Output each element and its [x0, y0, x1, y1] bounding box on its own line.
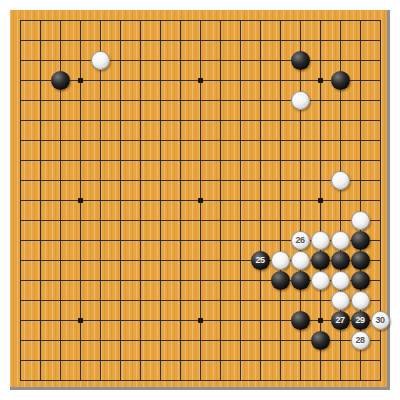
board-intersection[interactable] — [250, 310, 270, 330]
board-intersection[interactable] — [50, 350, 70, 370]
board-intersection[interactable] — [190, 310, 210, 330]
board-intersection[interactable] — [70, 250, 90, 270]
board-intersection[interactable] — [70, 370, 90, 390]
board-intersection[interactable] — [330, 350, 350, 370]
board-intersection[interactable] — [170, 70, 190, 90]
board-intersection[interactable] — [350, 150, 370, 170]
board-intersection[interactable] — [330, 270, 350, 290]
board-intersection[interactable] — [170, 110, 190, 130]
board-intersection[interactable] — [70, 30, 90, 50]
board-intersection[interactable] — [270, 110, 290, 130]
board-intersection[interactable] — [30, 250, 50, 270]
board-intersection[interactable] — [310, 70, 330, 90]
board-intersection[interactable] — [370, 370, 390, 390]
board-intersection[interactable] — [210, 50, 230, 70]
board-intersection[interactable] — [350, 210, 370, 230]
board-intersection[interactable] — [230, 350, 250, 370]
board-intersection[interactable] — [170, 230, 190, 250]
board-intersection[interactable] — [70, 70, 90, 90]
board-intersection[interactable] — [350, 350, 370, 370]
board-intersection[interactable] — [90, 230, 110, 250]
board-intersection[interactable] — [250, 210, 270, 230]
board-intersection[interactable] — [250, 190, 270, 210]
board-intersection[interactable] — [190, 250, 210, 270]
board-intersection[interactable] — [270, 70, 290, 90]
board-intersection[interactable]: 29 — [350, 310, 370, 330]
board-intersection[interactable] — [10, 250, 30, 270]
board-intersection[interactable] — [10, 170, 30, 190]
board-intersection[interactable] — [310, 290, 330, 310]
board-intersection[interactable] — [290, 150, 310, 170]
board-intersection[interactable] — [110, 150, 130, 170]
board-intersection[interactable] — [130, 30, 150, 50]
board-intersection[interactable] — [270, 170, 290, 190]
board-intersection[interactable] — [350, 30, 370, 50]
board-intersection[interactable] — [230, 210, 250, 230]
board-intersection[interactable] — [310, 130, 330, 150]
board-intersection[interactable] — [190, 150, 210, 170]
board-intersection[interactable] — [30, 190, 50, 210]
board-intersection[interactable] — [190, 230, 210, 250]
board-intersection[interactable] — [330, 50, 350, 70]
board-intersection[interactable] — [250, 290, 270, 310]
board-intersection[interactable] — [110, 350, 130, 370]
board-intersection[interactable] — [350, 270, 370, 290]
board-intersection[interactable] — [290, 30, 310, 50]
board-intersection[interactable] — [150, 230, 170, 250]
board-intersection[interactable] — [290, 130, 310, 150]
board-intersection[interactable] — [50, 190, 70, 210]
board-intersection[interactable] — [370, 250, 390, 270]
board-intersection[interactable] — [110, 30, 130, 50]
board-intersection[interactable] — [330, 190, 350, 210]
board-intersection[interactable] — [190, 30, 210, 50]
board-intersection[interactable] — [10, 270, 30, 290]
board-intersection[interactable] — [250, 110, 270, 130]
board-intersection[interactable] — [250, 50, 270, 70]
board-intersection[interactable] — [50, 10, 70, 30]
board-intersection[interactable] — [130, 90, 150, 110]
board-intersection[interactable] — [250, 90, 270, 110]
board-intersection[interactable] — [210, 110, 230, 130]
board-intersection[interactable] — [290, 50, 310, 70]
board-intersection[interactable] — [290, 290, 310, 310]
board-intersection[interactable] — [210, 90, 230, 110]
board-intersection[interactable] — [290, 70, 310, 90]
board-intersection[interactable] — [70, 290, 90, 310]
board-intersection[interactable] — [30, 170, 50, 190]
board-intersection[interactable] — [210, 210, 230, 230]
board-intersection[interactable] — [230, 230, 250, 250]
board-intersection[interactable] — [190, 270, 210, 290]
board-intersection[interactable] — [210, 350, 230, 370]
board-intersection[interactable] — [310, 190, 330, 210]
board-intersection[interactable] — [70, 170, 90, 190]
board-intersection[interactable] — [330, 10, 350, 30]
board-intersection[interactable] — [170, 310, 190, 330]
board-intersection[interactable] — [110, 50, 130, 70]
board-intersection[interactable] — [130, 230, 150, 250]
board-intersection[interactable] — [170, 10, 190, 30]
board-intersection[interactable] — [170, 130, 190, 150]
board-intersection[interactable] — [130, 310, 150, 330]
board-intersection[interactable] — [110, 170, 130, 190]
board-intersection[interactable] — [110, 70, 130, 90]
board-intersection[interactable] — [290, 210, 310, 230]
board-intersection[interactable] — [270, 130, 290, 150]
board-intersection[interactable] — [30, 70, 50, 90]
board-intersection[interactable] — [230, 370, 250, 390]
board-intersection[interactable] — [310, 170, 330, 190]
board-intersection[interactable] — [210, 70, 230, 90]
board-intersection[interactable]: 30 — [370, 310, 390, 330]
board-intersection[interactable] — [70, 110, 90, 130]
board-intersection[interactable] — [10, 150, 30, 170]
board-intersection[interactable] — [210, 330, 230, 350]
board-intersection[interactable] — [110, 210, 130, 230]
board-intersection[interactable] — [10, 90, 30, 110]
board-intersection[interactable] — [210, 130, 230, 150]
board-intersection[interactable] — [230, 150, 250, 170]
board-intersection[interactable] — [290, 270, 310, 290]
board-intersection[interactable] — [330, 150, 350, 170]
board-intersection[interactable] — [30, 290, 50, 310]
board-intersection[interactable] — [150, 350, 170, 370]
board-intersection[interactable] — [310, 10, 330, 30]
board-intersection[interactable] — [30, 110, 50, 130]
board-intersection[interactable] — [310, 210, 330, 230]
board-intersection[interactable] — [230, 270, 250, 290]
board-intersection[interactable] — [250, 10, 270, 30]
board-intersection[interactable] — [210, 370, 230, 390]
board-intersection[interactable] — [30, 130, 50, 150]
board-intersection[interactable] — [90, 290, 110, 310]
board-intersection[interactable] — [290, 350, 310, 370]
board-intersection[interactable] — [150, 170, 170, 190]
board-intersection[interactable] — [250, 30, 270, 50]
board-intersection[interactable] — [130, 210, 150, 230]
board-intersection[interactable] — [170, 290, 190, 310]
board-intersection[interactable] — [190, 170, 210, 190]
board-intersection[interactable] — [30, 90, 50, 110]
board-intersection[interactable] — [210, 250, 230, 270]
board-intersection[interactable] — [350, 10, 370, 30]
board-intersection[interactable] — [50, 150, 70, 170]
board-intersection[interactable] — [150, 110, 170, 130]
board-intersection[interactable] — [230, 330, 250, 350]
board-intersection[interactable] — [190, 290, 210, 310]
board-intersection[interactable] — [190, 90, 210, 110]
board-intersection[interactable] — [70, 130, 90, 150]
board-intersection[interactable] — [10, 370, 30, 390]
board-intersection[interactable] — [330, 250, 350, 270]
board-intersection[interactable] — [50, 70, 70, 90]
board-intersection[interactable] — [30, 270, 50, 290]
board-intersection[interactable] — [130, 250, 150, 270]
board-intersection[interactable] — [70, 330, 90, 350]
board-intersection[interactable] — [170, 210, 190, 230]
board-intersection[interactable] — [150, 150, 170, 170]
board-intersection[interactable] — [210, 270, 230, 290]
board-intersection[interactable] — [270, 230, 290, 250]
board-intersection[interactable] — [10, 30, 30, 50]
board-intersection[interactable] — [290, 190, 310, 210]
board-intersection[interactable] — [170, 50, 190, 70]
board-intersection[interactable] — [110, 110, 130, 130]
board-intersection[interactable] — [50, 90, 70, 110]
board-intersection[interactable] — [250, 150, 270, 170]
board-intersection[interactable] — [350, 130, 370, 150]
board-intersection[interactable] — [210, 230, 230, 250]
board-intersection[interactable] — [50, 30, 70, 50]
board-intersection[interactable] — [10, 110, 30, 130]
board-intersection[interactable] — [130, 190, 150, 210]
board-intersection[interactable] — [310, 310, 330, 330]
board-intersection[interactable] — [330, 230, 350, 250]
board-intersection[interactable] — [10, 210, 30, 230]
board-intersection[interactable] — [310, 230, 330, 250]
board-intersection[interactable] — [330, 210, 350, 230]
board-intersection[interactable] — [190, 210, 210, 230]
board-intersection[interactable] — [230, 190, 250, 210]
board-intersection[interactable] — [290, 250, 310, 270]
board-intersection[interactable] — [150, 50, 170, 70]
board-intersection[interactable] — [310, 150, 330, 170]
board-intersection[interactable] — [170, 330, 190, 350]
board-intersection[interactable] — [110, 250, 130, 270]
board-intersection[interactable] — [130, 370, 150, 390]
board-intersection[interactable] — [330, 90, 350, 110]
board-intersection[interactable] — [290, 90, 310, 110]
board-intersection[interactable] — [370, 290, 390, 310]
board-intersection[interactable] — [90, 250, 110, 270]
board-intersection[interactable] — [90, 270, 110, 290]
board-intersection[interactable] — [90, 310, 110, 330]
board-intersection[interactable]: 25 — [250, 250, 270, 270]
board-intersection[interactable] — [30, 310, 50, 330]
board-intersection[interactable] — [150, 190, 170, 210]
board-intersection[interactable] — [150, 30, 170, 50]
board-intersection[interactable] — [310, 330, 330, 350]
board-intersection[interactable] — [30, 210, 50, 230]
board-intersection[interactable]: 28 — [350, 330, 370, 350]
board-intersection[interactable] — [370, 10, 390, 30]
board-intersection[interactable] — [170, 250, 190, 270]
board-intersection[interactable] — [110, 190, 130, 210]
board-intersection[interactable] — [350, 230, 370, 250]
board-intersection[interactable] — [370, 150, 390, 170]
board-intersection[interactable] — [90, 70, 110, 90]
board-intersection[interactable] — [50, 310, 70, 330]
board-intersection[interactable] — [350, 170, 370, 190]
board-intersection[interactable] — [350, 50, 370, 70]
board-intersection[interactable] — [250, 370, 270, 390]
board-intersection[interactable] — [70, 270, 90, 290]
board-intersection[interactable] — [30, 30, 50, 50]
board-intersection[interactable] — [270, 250, 290, 270]
board-intersection[interactable] — [50, 210, 70, 230]
board-intersection[interactable] — [370, 210, 390, 230]
board-intersection[interactable] — [250, 230, 270, 250]
board-intersection[interactable] — [90, 170, 110, 190]
board-intersection[interactable] — [30, 230, 50, 250]
board-intersection[interactable] — [370, 70, 390, 90]
board-intersection[interactable] — [70, 310, 90, 330]
board-intersection[interactable] — [130, 10, 150, 30]
board-intersection[interactable] — [370, 330, 390, 350]
board-intersection[interactable] — [230, 250, 250, 270]
board-intersection[interactable] — [130, 130, 150, 150]
board-intersection[interactable] — [10, 10, 30, 30]
board-intersection[interactable] — [30, 150, 50, 170]
board-intersection[interactable] — [370, 110, 390, 130]
board-intersection[interactable] — [210, 190, 230, 210]
board-intersection[interactable] — [230, 50, 250, 70]
board-intersection[interactable] — [110, 130, 130, 150]
board-intersection[interactable] — [290, 170, 310, 190]
board-intersection[interactable] — [150, 290, 170, 310]
board-intersection[interactable] — [330, 370, 350, 390]
board-intersection[interactable] — [370, 90, 390, 110]
board-intersection[interactable] — [10, 310, 30, 330]
board-intersection[interactable] — [10, 290, 30, 310]
board-intersection[interactable] — [90, 90, 110, 110]
board-intersection[interactable] — [350, 250, 370, 270]
board-intersection[interactable] — [70, 150, 90, 170]
board-intersection[interactable] — [130, 270, 150, 290]
board-intersection[interactable] — [70, 10, 90, 30]
board-intersection[interactable] — [370, 170, 390, 190]
board-intersection[interactable] — [10, 330, 30, 350]
board-intersection[interactable] — [190, 330, 210, 350]
board-intersection[interactable] — [170, 350, 190, 370]
board-intersection[interactable] — [270, 210, 290, 230]
board-intersection[interactable] — [190, 370, 210, 390]
board-intersection[interactable] — [370, 350, 390, 370]
board-intersection[interactable] — [310, 30, 330, 50]
board-intersection[interactable] — [210, 30, 230, 50]
board-intersection[interactable] — [310, 110, 330, 130]
board-intersection[interactable] — [50, 270, 70, 290]
board-intersection[interactable] — [10, 50, 30, 70]
board-intersection[interactable] — [250, 330, 270, 350]
board-intersection[interactable] — [250, 170, 270, 190]
board-intersection[interactable] — [370, 130, 390, 150]
board-intersection[interactable] — [310, 250, 330, 270]
board-intersection[interactable] — [150, 370, 170, 390]
board-intersection[interactable] — [190, 130, 210, 150]
board-intersection[interactable] — [90, 110, 110, 130]
board-intersection[interactable] — [150, 270, 170, 290]
board-intersection[interactable] — [110, 10, 130, 30]
board-intersection[interactable] — [110, 90, 130, 110]
board-intersection[interactable] — [330, 290, 350, 310]
board-intersection[interactable] — [290, 330, 310, 350]
board-intersection[interactable] — [290, 370, 310, 390]
board-intersection[interactable] — [110, 370, 130, 390]
board-intersection[interactable] — [150, 90, 170, 110]
board-intersection[interactable] — [170, 190, 190, 210]
board-intersection[interactable] — [130, 330, 150, 350]
board-intersection[interactable] — [30, 50, 50, 70]
board-intersection[interactable] — [230, 70, 250, 90]
board-intersection[interactable] — [290, 110, 310, 130]
board-intersection[interactable] — [30, 370, 50, 390]
board-intersection[interactable] — [350, 370, 370, 390]
board-intersection[interactable] — [270, 370, 290, 390]
board-intersection[interactable] — [130, 350, 150, 370]
board-intersection[interactable] — [170, 370, 190, 390]
board-intersection[interactable] — [310, 90, 330, 110]
board-intersection[interactable] — [250, 70, 270, 90]
board-intersection[interactable] — [150, 70, 170, 90]
board-intersection[interactable] — [230, 290, 250, 310]
board-intersection[interactable] — [150, 210, 170, 230]
board-intersection[interactable] — [10, 130, 30, 150]
board-intersection[interactable] — [90, 210, 110, 230]
board-intersection[interactable] — [150, 130, 170, 150]
board-intersection[interactable] — [90, 330, 110, 350]
board-intersection[interactable] — [370, 190, 390, 210]
board-intersection[interactable] — [30, 10, 50, 30]
board-intersection[interactable] — [290, 10, 310, 30]
board-intersection[interactable] — [230, 170, 250, 190]
board-intersection[interactable] — [330, 110, 350, 130]
board-intersection[interactable] — [210, 150, 230, 170]
board-intersection[interactable] — [190, 50, 210, 70]
board-intersection[interactable] — [250, 350, 270, 370]
board-intersection[interactable] — [370, 270, 390, 290]
board-intersection[interactable] — [130, 290, 150, 310]
board-intersection[interactable] — [350, 70, 370, 90]
board-intersection[interactable] — [110, 330, 130, 350]
board-intersection[interactable] — [130, 50, 150, 70]
board-intersection[interactable]: 26 — [290, 230, 310, 250]
board-intersection[interactable] — [70, 50, 90, 70]
board-intersection[interactable] — [130, 170, 150, 190]
board-intersection[interactable] — [90, 350, 110, 370]
board-intersection[interactable] — [70, 350, 90, 370]
board-intersection[interactable] — [50, 50, 70, 70]
board-intersection[interactable] — [70, 190, 90, 210]
board-intersection[interactable] — [150, 310, 170, 330]
board-intersection[interactable] — [270, 50, 290, 70]
board-intersection[interactable] — [230, 90, 250, 110]
board-intersection[interactable] — [150, 330, 170, 350]
board-intersection[interactable] — [270, 270, 290, 290]
board-intersection[interactable] — [50, 130, 70, 150]
board-intersection[interactable] — [50, 170, 70, 190]
board-intersection[interactable] — [70, 90, 90, 110]
board-intersection[interactable] — [350, 90, 370, 110]
board-intersection[interactable] — [250, 130, 270, 150]
board-intersection[interactable] — [270, 150, 290, 170]
board-intersection[interactable] — [270, 10, 290, 30]
board-intersection[interactable] — [370, 50, 390, 70]
board-intersection[interactable] — [350, 110, 370, 130]
board-intersection[interactable] — [50, 250, 70, 270]
board-intersection[interactable] — [170, 150, 190, 170]
board-intersection[interactable] — [70, 230, 90, 250]
board-intersection[interactable] — [70, 210, 90, 230]
board-intersection[interactable] — [230, 310, 250, 330]
board-intersection[interactable] — [50, 290, 70, 310]
board-intersection[interactable] — [230, 10, 250, 30]
board-intersection[interactable] — [270, 330, 290, 350]
board-intersection[interactable] — [90, 130, 110, 150]
board-intersection[interactable] — [110, 230, 130, 250]
board-intersection[interactable] — [190, 350, 210, 370]
